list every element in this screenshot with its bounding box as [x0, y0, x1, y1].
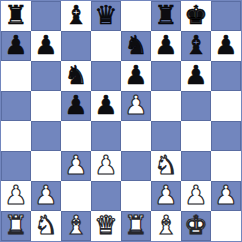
piece-white-pawn-e5[interactable]: ♟	[124, 92, 147, 118]
square-b1[interactable]: ♞	[31, 211, 61, 241]
square-a3[interactable]	[1, 151, 31, 181]
piece-black-knight-e7[interactable]: ♞	[124, 32, 147, 58]
piece-black-pawn-h7[interactable]: ♟	[214, 32, 237, 58]
square-g1[interactable]: ♚	[181, 211, 211, 241]
square-h4[interactable]	[211, 121, 241, 151]
square-c4[interactable]	[61, 121, 91, 151]
square-g7[interactable]: ♝	[181, 31, 211, 61]
piece-white-pawn-c3[interactable]: ♟	[64, 152, 87, 178]
piece-black-knight-c6[interactable]: ♞	[64, 62, 87, 88]
square-g8[interactable]: ♚	[181, 1, 211, 31]
square-a6[interactable]	[1, 61, 31, 91]
square-d3[interactable]: ♟	[91, 151, 121, 181]
square-f7[interactable]: ♟	[151, 31, 181, 61]
piece-white-bishop-c1[interactable]: ♝	[64, 212, 87, 238]
piece-black-king-g8[interactable]: ♚	[184, 2, 207, 28]
square-b7[interactable]: ♟	[31, 31, 61, 61]
square-h5[interactable]	[211, 91, 241, 121]
square-f6[interactable]	[151, 61, 181, 91]
piece-white-queen-d1[interactable]: ♛	[94, 212, 117, 238]
piece-black-pawn-e6[interactable]: ♟	[124, 62, 147, 88]
square-a8[interactable]: ♜	[1, 1, 31, 31]
square-e4[interactable]	[121, 121, 151, 151]
square-c2[interactable]	[61, 181, 91, 211]
piece-white-pawn-b2[interactable]: ♟	[34, 182, 57, 208]
square-a7[interactable]: ♟	[1, 31, 31, 61]
square-d4[interactable]	[91, 121, 121, 151]
square-c1[interactable]: ♝	[61, 211, 91, 241]
square-b2[interactable]: ♟	[31, 181, 61, 211]
square-c3[interactable]: ♟	[61, 151, 91, 181]
piece-white-pawn-a2[interactable]: ♟	[4, 182, 27, 208]
square-d5[interactable]: ♟	[91, 91, 121, 121]
square-c5[interactable]: ♟	[61, 91, 91, 121]
piece-black-pawn-f7[interactable]: ♟	[154, 32, 177, 58]
piece-white-rook-a1[interactable]: ♜	[4, 212, 27, 238]
square-h2[interactable]: ♟	[211, 181, 241, 211]
piece-white-knight-f3[interactable]: ♞	[154, 152, 177, 178]
square-b6[interactable]	[31, 61, 61, 91]
piece-white-bishop-f1[interactable]: ♝	[154, 212, 177, 238]
square-e2[interactable]	[121, 181, 151, 211]
square-g2[interactable]: ♟	[181, 181, 211, 211]
square-g6[interactable]: ♟	[181, 61, 211, 91]
piece-black-rook-a8[interactable]: ♜	[4, 2, 27, 28]
square-g3[interactable]	[181, 151, 211, 181]
piece-white-pawn-h2[interactable]: ♟	[214, 182, 237, 208]
square-c6[interactable]: ♞	[61, 61, 91, 91]
square-f2[interactable]: ♟	[151, 181, 181, 211]
square-d6[interactable]	[91, 61, 121, 91]
square-e7[interactable]: ♞	[121, 31, 151, 61]
square-c8[interactable]: ♝	[61, 1, 91, 31]
piece-black-rook-f8[interactable]: ♜	[154, 2, 177, 28]
piece-black-pawn-c5[interactable]: ♟	[64, 92, 87, 118]
piece-white-pawn-g2[interactable]: ♟	[184, 182, 207, 208]
piece-black-bishop-c8[interactable]: ♝	[64, 2, 87, 28]
square-h1[interactable]	[211, 211, 241, 241]
square-a1[interactable]: ♜	[1, 211, 31, 241]
piece-white-rook-e1[interactable]: ♜	[124, 212, 147, 238]
square-d1[interactable]: ♛	[91, 211, 121, 241]
square-f3[interactable]: ♞	[151, 151, 181, 181]
square-d8[interactable]: ♛	[91, 1, 121, 31]
square-h3[interactable]	[211, 151, 241, 181]
square-b5[interactable]	[31, 91, 61, 121]
square-c7[interactable]	[61, 31, 91, 61]
square-a2[interactable]: ♟	[1, 181, 31, 211]
square-d2[interactable]	[91, 181, 121, 211]
piece-white-king-g1[interactable]: ♚	[184, 212, 207, 238]
square-d7[interactable]	[91, 31, 121, 61]
square-g5[interactable]	[181, 91, 211, 121]
piece-white-pawn-d3[interactable]: ♟	[94, 152, 117, 178]
square-e8[interactable]	[121, 1, 151, 31]
square-f8[interactable]: ♜	[151, 1, 181, 31]
square-f1[interactable]: ♝	[151, 211, 181, 241]
piece-white-pawn-f2[interactable]: ♟	[154, 182, 177, 208]
square-b8[interactable]	[31, 1, 61, 31]
square-a5[interactable]	[1, 91, 31, 121]
square-h6[interactable]	[211, 61, 241, 91]
square-f4[interactable]	[151, 121, 181, 151]
square-e3[interactable]	[121, 151, 151, 181]
piece-black-pawn-b7[interactable]: ♟	[34, 32, 57, 58]
square-h7[interactable]: ♟	[211, 31, 241, 61]
square-e6[interactable]: ♟	[121, 61, 151, 91]
piece-white-knight-b1[interactable]: ♞	[34, 212, 57, 238]
square-a4[interactable]	[1, 121, 31, 151]
piece-black-pawn-g6[interactable]: ♟	[184, 62, 207, 88]
piece-black-pawn-d5[interactable]: ♟	[94, 92, 117, 118]
square-e1[interactable]: ♜	[121, 211, 151, 241]
square-f5[interactable]	[151, 91, 181, 121]
piece-black-queen-d8[interactable]: ♛	[94, 2, 117, 28]
piece-black-bishop-g7[interactable]: ♝	[184, 32, 207, 58]
square-e5[interactable]: ♟	[121, 91, 151, 121]
square-b4[interactable]	[31, 121, 61, 151]
square-g4[interactable]	[181, 121, 211, 151]
square-b3[interactable]	[31, 151, 61, 181]
square-h8[interactable]	[211, 1, 241, 31]
chess-board: ♜♝♛♜♚♟♟♞♟♝♟♞♟♟♟♟♟♟♟♞♟♟♟♟♟♜♞♝♛♜♝♚	[0, 0, 242, 242]
piece-black-pawn-a7[interactable]: ♟	[4, 32, 27, 58]
